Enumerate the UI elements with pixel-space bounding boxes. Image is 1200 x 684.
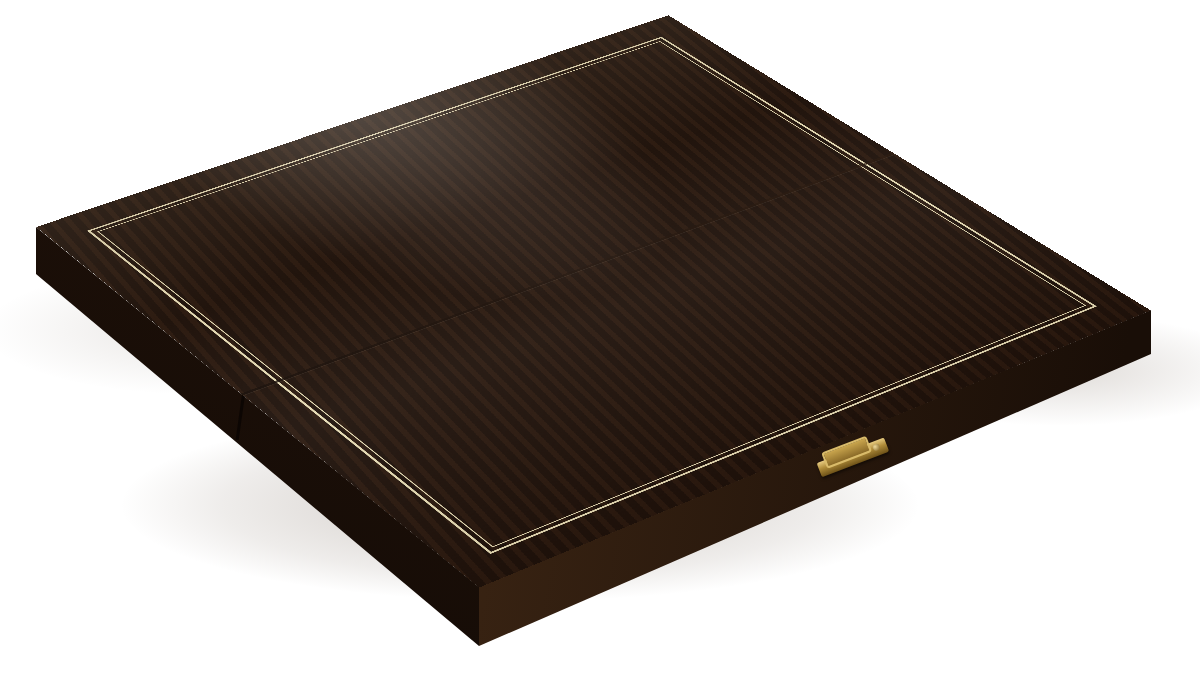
pieces-layer: [0, 0, 1200, 684]
chess-set-photo: [0, 0, 1200, 684]
